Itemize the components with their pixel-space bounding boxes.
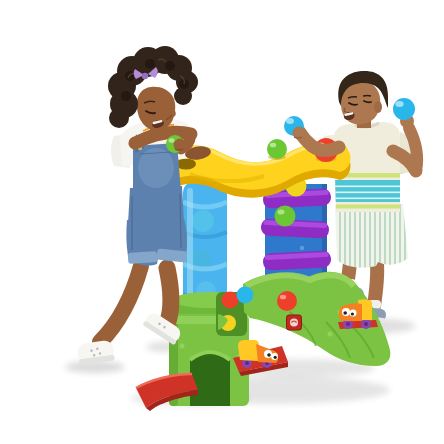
blue-ball-raised-hand bbox=[393, 98, 415, 120]
boy-shorts bbox=[335, 202, 408, 272]
girl-head bbox=[108, 46, 198, 134]
purple-ramp-bottom bbox=[263, 250, 332, 271]
scene-canvas bbox=[40, 16, 444, 444]
ball-inside-tube bbox=[192, 210, 214, 232]
purple-ramp-middle bbox=[261, 218, 330, 239]
red-ball-notch bbox=[222, 292, 239, 309]
green-ball-table bbox=[267, 139, 287, 159]
green-ball-ramp bbox=[275, 206, 296, 227]
red-ball-track bbox=[277, 291, 297, 311]
blue-ball-track bbox=[237, 287, 254, 304]
boy-head bbox=[338, 71, 388, 128]
product-photo bbox=[40, 16, 444, 444]
arch-tunnel bbox=[190, 352, 230, 406]
logo-badge bbox=[287, 315, 302, 330]
